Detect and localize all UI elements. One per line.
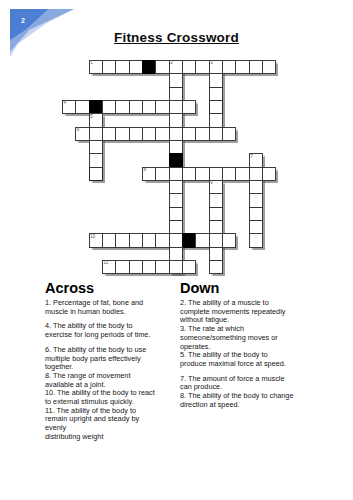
- clue-number-11: 11: [104, 261, 109, 266]
- cell-r3c7[interactable]: [155, 100, 169, 114]
- cell-r0c13[interactable]: [235, 60, 249, 74]
- cell-r13c4[interactable]: [115, 233, 129, 247]
- cell-r5c9[interactable]: [182, 127, 196, 141]
- cell-r8c8[interactable]: [169, 167, 183, 181]
- cell-r2c11[interactable]: [209, 87, 223, 101]
- across-heading: Across: [45, 280, 180, 296]
- cell-r3c9[interactable]: [182, 100, 196, 114]
- cell-r8c12[interactable]: [222, 167, 236, 181]
- down-clue-3: 3. The rate at which someone/something m…: [180, 325, 318, 351]
- clue-number-10: 10: [90, 235, 95, 240]
- cell-r13c11[interactable]: [209, 233, 223, 247]
- across-clue-11: 11. The ability of the body to remain up…: [45, 407, 180, 442]
- cell-r5c12[interactable]: [222, 127, 236, 141]
- crossword-grid: 1234567891011: [62, 60, 276, 274]
- cell-r5c3[interactable]: [102, 127, 116, 141]
- across-clue-4: 4. The ability of the body to exercise f…: [45, 322, 180, 339]
- cell-r8c10[interactable]: [195, 167, 209, 181]
- cell-r13c7[interactable]: [155, 233, 169, 247]
- cell-r3c4[interactable]: [115, 100, 129, 114]
- cell-r13c3[interactable]: [102, 233, 116, 247]
- cell-r15c5[interactable]: [129, 260, 143, 274]
- black-cell-r7c8: [169, 153, 183, 167]
- cell-r8c13[interactable]: [235, 167, 249, 181]
- page-title: Fitness Crossword: [0, 30, 353, 45]
- cell-r11c14[interactable]: [249, 207, 263, 221]
- cell-r1c11[interactable]: [209, 73, 223, 87]
- cell-r12c8[interactable]: [169, 220, 183, 234]
- cell-r13c8[interactable]: [169, 233, 183, 247]
- cell-r13c10[interactable]: [195, 233, 209, 247]
- cell-r15c4[interactable]: [115, 260, 129, 274]
- cell-r6c8[interactable]: [169, 140, 183, 154]
- cell-r12c11[interactable]: [209, 220, 223, 234]
- cell-r0c7[interactable]: [155, 60, 169, 74]
- cell-r8c15[interactable]: [262, 167, 276, 181]
- cell-r11c11[interactable]: [209, 207, 223, 221]
- cell-r6c2[interactable]: [89, 140, 103, 154]
- clue-number-5: 5: [90, 115, 93, 120]
- cell-r0c15[interactable]: [262, 60, 276, 74]
- clue-number-2: 2: [170, 61, 173, 66]
- cell-r5c11[interactable]: [209, 127, 223, 141]
- cell-r0c10[interactable]: [195, 60, 209, 74]
- cell-r5c7[interactable]: [155, 127, 169, 141]
- cell-r13c14[interactable]: [249, 233, 263, 247]
- down-clue-5: 5. The ability of the body to produce ma…: [180, 351, 318, 368]
- cell-r0c14[interactable]: [249, 60, 263, 74]
- cell-r9c14[interactable]: [249, 180, 263, 194]
- clue-number-7: 7: [250, 155, 253, 160]
- across-clue-8: 8. The range of movement available at a …: [45, 372, 180, 389]
- clue-number-3: 3: [210, 61, 213, 66]
- cell-r0c9[interactable]: [182, 60, 196, 74]
- cell-r3c6[interactable]: [142, 100, 156, 114]
- cell-r3c3[interactable]: [102, 100, 116, 114]
- cell-r8c14[interactable]: [249, 167, 263, 181]
- cell-r8c7[interactable]: [155, 167, 169, 181]
- across-clue-1: 1. Percentage of fat, bone and muscle in…: [45, 299, 180, 316]
- cell-r0c4[interactable]: [115, 60, 129, 74]
- across-clue-10: 10. The ability of the body to react to …: [45, 389, 180, 406]
- down-clue-2: 2. The ability of a muscle to complete m…: [180, 299, 318, 325]
- down-heading: Down: [180, 280, 318, 296]
- cell-r3c5[interactable]: [129, 100, 143, 114]
- cell-r0c5[interactable]: [129, 60, 143, 74]
- clue-number-6: 6: [77, 128, 80, 133]
- cell-r10c11[interactable]: [209, 193, 223, 207]
- worksheet-page: { "page_number": "2", "title": "Fitness …: [0, 0, 353, 500]
- down-clue-8: 8. The ability of the body to change dir…: [180, 392, 318, 409]
- cell-r8c9[interactable]: [182, 167, 196, 181]
- cell-r14c11[interactable]: [209, 247, 223, 261]
- black-cell-r13c9: [182, 233, 196, 247]
- cell-r1c8[interactable]: [169, 73, 183, 87]
- cell-r5c2[interactable]: [89, 127, 103, 141]
- cell-r3c8[interactable]: [169, 100, 183, 114]
- cell-r13c5[interactable]: [129, 233, 143, 247]
- cell-r14c8[interactable]: [169, 247, 183, 261]
- cell-r5c10[interactable]: [195, 127, 209, 141]
- cell-r3c1[interactable]: [75, 100, 89, 114]
- clue-number-4: 4: [64, 101, 67, 106]
- across-clues-section: Across 1. Percentage of fat, bone and mu…: [45, 280, 180, 442]
- page-number: 2: [21, 17, 25, 24]
- across-clue-6: 6. The ability of the body to use multip…: [45, 346, 180, 372]
- down-clue-7: 7. The amount of force a muscle can prod…: [180, 375, 318, 392]
- cell-r13c12[interactable]: [222, 233, 236, 247]
- cell-r9c8[interactable]: [169, 180, 183, 194]
- cell-r4c8[interactable]: [169, 113, 183, 127]
- cell-r15c7[interactable]: [155, 260, 169, 274]
- cell-r13c6[interactable]: [142, 233, 156, 247]
- cell-r12c14[interactable]: [249, 220, 263, 234]
- cell-r10c8[interactable]: [169, 193, 183, 207]
- cell-r0c3[interactable]: [102, 60, 116, 74]
- black-cell-r0c6: [142, 60, 156, 74]
- cell-r5c6[interactable]: [142, 127, 156, 141]
- cell-r2c8[interactable]: [169, 87, 183, 101]
- clue-number-1: 1: [90, 61, 93, 66]
- black-cell-r3c2: [89, 100, 103, 114]
- cell-r5c5[interactable]: [129, 127, 143, 141]
- clue-number-9: 9: [210, 181, 213, 186]
- cell-r0c12[interactable]: [222, 60, 236, 74]
- cell-r7c2[interactable]: [89, 153, 103, 167]
- down-clue-list: 2. The ability of a muscle to complete m…: [180, 299, 318, 409]
- cell-r4c11[interactable]: [209, 113, 223, 127]
- cell-r15c9[interactable]: [182, 260, 196, 274]
- clue-number-8: 8: [144, 168, 147, 173]
- cell-r11c8[interactable]: [169, 207, 183, 221]
- cell-r15c11[interactable]: [209, 260, 223, 274]
- down-clues-section: Down 2. The ability of a muscle to compl…: [180, 280, 318, 409]
- cell-r15c8[interactable]: [169, 260, 183, 274]
- cell-r5c8[interactable]: [169, 127, 183, 141]
- cell-r8c11[interactable]: [209, 167, 223, 181]
- across-clue-list: 1. Percentage of fat, bone and muscle in…: [45, 299, 180, 442]
- cell-r5c4[interactable]: [115, 127, 129, 141]
- cell-r15c6[interactable]: [142, 260, 156, 274]
- cell-r10c14[interactable]: [249, 193, 263, 207]
